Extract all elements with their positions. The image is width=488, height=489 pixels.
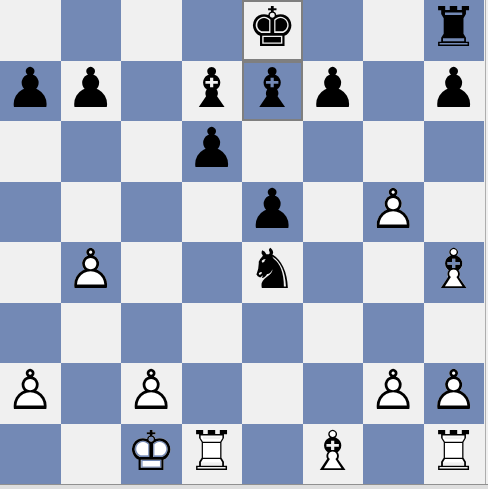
piece-black-bishop[interactable]: ♝ [242,61,303,122]
white-rook-outline-icon: ♖ [182,424,243,479]
window-gutter-right-line [485,0,486,484]
square-e4[interactable]: ♞ [242,242,303,303]
piece-white-pawn[interactable]: ♟♙ [121,363,182,424]
piece-black-pawn[interactable]: ♟ [0,61,61,122]
square-a7[interactable]: ♟ [0,61,61,122]
chess-board: ♚♜♟♟♝♝♟♟♟♟♟♙♟♙♞♝♗♟♙♟♙♟♙♟♙♚♔♜♖♝♗♜♖ [0,0,484,484]
square-d7[interactable]: ♝ [182,61,243,122]
black-king-icon: ♚ [242,1,303,56]
piece-black-pawn[interactable]: ♟ [61,61,122,122]
piece-black-pawn[interactable]: ♟ [424,61,485,122]
square-c2[interactable]: ♟♙ [121,363,182,424]
square-f2[interactable] [303,363,364,424]
square-a4[interactable] [0,242,61,303]
square-a3[interactable] [0,303,61,364]
square-e7[interactable]: ♝ [242,61,303,122]
black-bishop-icon: ♝ [182,61,243,116]
square-e1[interactable] [242,424,303,485]
square-h3[interactable] [424,303,485,364]
white-pawn-outline-icon: ♙ [363,182,424,237]
square-c6[interactable] [121,121,182,182]
square-b6[interactable] [61,121,122,182]
piece-black-knight[interactable]: ♞ [242,242,303,303]
piece-white-bishop[interactable]: ♝♗ [303,424,364,485]
square-b2[interactable] [61,363,122,424]
white-pawn-outline-icon: ♙ [363,364,424,419]
black-bishop-icon: ♝ [242,61,303,116]
piece-white-pawn[interactable]: ♟♙ [363,363,424,424]
square-d1[interactable]: ♜♖ [182,424,243,485]
piece-white-pawn[interactable]: ♟♙ [0,363,61,424]
piece-black-pawn[interactable]: ♟ [182,121,243,182]
square-c7[interactable] [121,61,182,122]
square-h4[interactable]: ♝♗ [424,242,485,303]
square-e2[interactable] [242,363,303,424]
piece-white-bishop[interactable]: ♝♗ [424,242,485,303]
square-d6[interactable]: ♟ [182,121,243,182]
square-g4[interactable] [363,242,424,303]
square-a6[interactable] [0,121,61,182]
square-h2[interactable]: ♟♙ [424,363,485,424]
square-a1[interactable] [0,424,61,485]
square-c5[interactable] [121,182,182,243]
square-g3[interactable] [363,303,424,364]
piece-white-king[interactable]: ♚♔ [121,424,182,485]
square-d2[interactable] [182,363,243,424]
square-f6[interactable] [303,121,364,182]
piece-black-pawn[interactable]: ♟ [242,182,303,243]
square-e8[interactable]: ♚ [242,0,303,61]
white-king-outline-icon: ♔ [121,424,182,479]
white-bishop-outline-icon: ♗ [424,243,485,298]
square-h1[interactable]: ♜♖ [424,424,485,485]
black-pawn-icon: ♟ [424,61,485,116]
white-bishop-outline-icon: ♗ [303,424,364,479]
square-b4[interactable]: ♟♙ [61,242,122,303]
square-g1[interactable] [363,424,424,485]
square-f5[interactable] [303,182,364,243]
square-c8[interactable] [121,0,182,61]
square-e6[interactable] [242,121,303,182]
piece-black-king[interactable]: ♚ [242,0,303,61]
black-knight-icon: ♞ [242,243,303,298]
square-e5[interactable]: ♟ [242,182,303,243]
square-h5[interactable] [424,182,485,243]
black-pawn-icon: ♟ [303,61,364,116]
square-a5[interactable] [0,182,61,243]
piece-black-pawn[interactable]: ♟ [303,61,364,122]
square-b5[interactable] [61,182,122,243]
white-pawn-outline-icon: ♙ [121,364,182,419]
square-c3[interactable] [121,303,182,364]
square-d5[interactable] [182,182,243,243]
piece-white-pawn[interactable]: ♟♙ [61,242,122,303]
white-pawn-outline-icon: ♙ [61,243,122,298]
square-f7[interactable]: ♟ [303,61,364,122]
square-g7[interactable] [363,61,424,122]
black-pawn-icon: ♟ [182,122,243,177]
piece-white-rook[interactable]: ♜♖ [182,424,243,485]
square-a2[interactable]: ♟♙ [0,363,61,424]
square-f3[interactable] [303,303,364,364]
piece-white-rook[interactable]: ♜♖ [424,424,485,485]
square-g8[interactable] [363,0,424,61]
square-b1[interactable] [61,424,122,485]
white-pawn-outline-icon: ♙ [0,364,61,419]
square-h6[interactable] [424,121,485,182]
square-a8[interactable] [0,0,61,61]
piece-black-rook[interactable]: ♜ [424,0,485,61]
square-g6[interactable] [363,121,424,182]
square-c4[interactable] [121,242,182,303]
square-b7[interactable]: ♟ [61,61,122,122]
square-g5[interactable]: ♟♙ [363,182,424,243]
piece-black-bishop[interactable]: ♝ [182,61,243,122]
square-e3[interactable] [242,303,303,364]
piece-white-pawn[interactable]: ♟♙ [363,182,424,243]
square-b3[interactable] [61,303,122,364]
window-gutter-bottom [0,484,488,489]
square-d8[interactable] [182,0,243,61]
white-rook-outline-icon: ♖ [424,424,485,479]
square-f4[interactable] [303,242,364,303]
square-h7[interactable]: ♟ [424,61,485,122]
black-pawn-icon: ♟ [61,61,122,116]
black-rook-icon: ♜ [424,1,485,56]
black-pawn-icon: ♟ [242,182,303,237]
square-f1[interactable]: ♝♗ [303,424,364,485]
square-d3[interactable] [182,303,243,364]
square-c1[interactable]: ♚♔ [121,424,182,485]
square-g2[interactable]: ♟♙ [363,363,424,424]
square-b8[interactable] [61,0,122,61]
square-h8[interactable]: ♜ [424,0,485,61]
white-pawn-outline-icon: ♙ [424,364,485,419]
square-f8[interactable] [303,0,364,61]
square-d4[interactable] [182,242,243,303]
piece-white-pawn[interactable]: ♟♙ [424,363,485,424]
black-pawn-icon: ♟ [0,61,61,116]
